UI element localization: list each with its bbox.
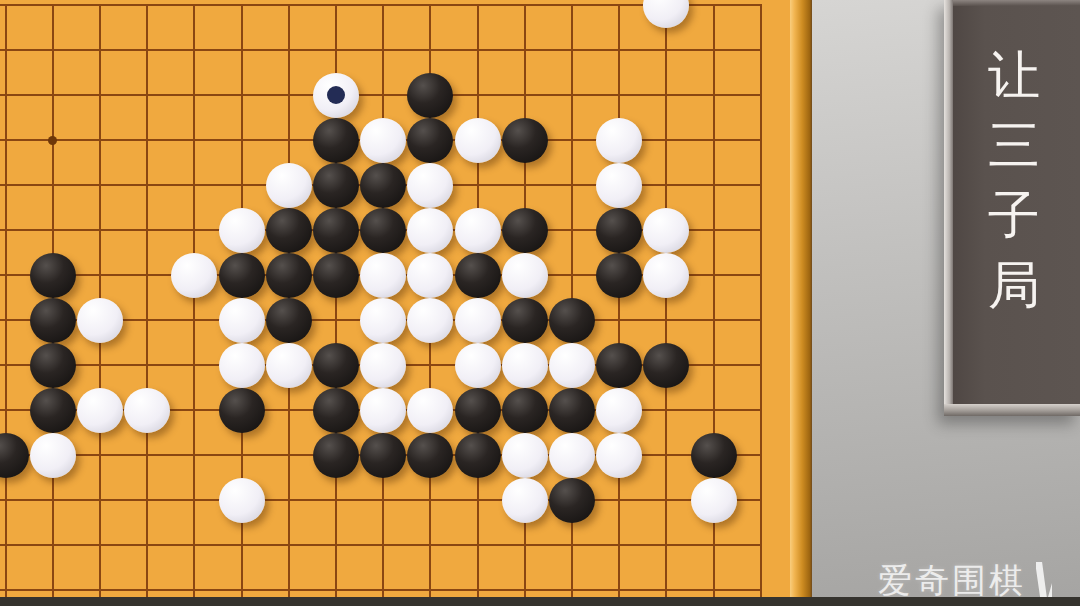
- grid-line: [0, 544, 762, 546]
- black-stone: [313, 253, 359, 298]
- handicap-label: 让 三 子 局: [988, 40, 1040, 320]
- grid-line: [0, 499, 762, 501]
- black-stone: [549, 388, 595, 433]
- black-stone: [313, 118, 359, 163]
- black-stone: [407, 118, 453, 163]
- black-stone: [455, 388, 501, 433]
- black-stone: [313, 343, 359, 388]
- white-stone: [502, 478, 548, 523]
- black-stone: [30, 253, 76, 298]
- white-stone: [77, 298, 123, 343]
- panel-frame: [944, 404, 1080, 416]
- white-stone: [455, 208, 501, 253]
- white-stone: [360, 118, 406, 163]
- black-stone: [596, 208, 642, 253]
- white-stone: [407, 298, 453, 343]
- watermark-logo-icon: [1036, 562, 1052, 600]
- black-stone: [30, 388, 76, 433]
- black-stone: [455, 253, 501, 298]
- go-board[interactable]: [0, 0, 812, 606]
- white-stone: [360, 253, 406, 298]
- white-stone: [407, 208, 453, 253]
- black-stone: [313, 433, 359, 478]
- white-stone: [502, 253, 548, 298]
- video-frame: 让 三 子 局 爱奇围棋: [0, 0, 1080, 606]
- white-stone: [171, 253, 217, 298]
- black-stone: [360, 163, 406, 208]
- grid-line: [0, 589, 762, 591]
- black-stone: [596, 343, 642, 388]
- black-stone: [30, 343, 76, 388]
- black-stone: [0, 433, 29, 478]
- white-stone: [643, 253, 689, 298]
- last-move-marker: [327, 86, 345, 104]
- black-stone: [596, 253, 642, 298]
- black-stone: [691, 433, 737, 478]
- panel-frame: [944, 0, 953, 416]
- white-stone: [455, 298, 501, 343]
- white-stone: [596, 388, 642, 433]
- black-stone: [266, 253, 312, 298]
- black-stone: [455, 433, 501, 478]
- white-stone: [77, 388, 123, 433]
- white-stone: [691, 478, 737, 523]
- black-stone: [407, 73, 453, 118]
- black-stone: [502, 118, 548, 163]
- black-stone: [219, 253, 265, 298]
- panel-frame: [953, 0, 1080, 6]
- white-stone: [407, 388, 453, 433]
- white-stone: [360, 298, 406, 343]
- black-stone: [313, 388, 359, 433]
- white-stone: [596, 163, 642, 208]
- white-stone: [455, 343, 501, 388]
- handicap-sign-panel: 让 三 子 局: [944, 0, 1080, 416]
- white-stone: [549, 433, 595, 478]
- black-stone: [313, 163, 359, 208]
- white-stone: [313, 73, 359, 118]
- white-stone: [596, 118, 642, 163]
- black-stone: [502, 388, 548, 433]
- black-stone: [219, 388, 265, 433]
- white-stone: [266, 343, 312, 388]
- white-stone: [643, 208, 689, 253]
- white-stone: [266, 163, 312, 208]
- white-stone: [219, 298, 265, 343]
- grid-line: [0, 49, 762, 51]
- panel-char: 局: [988, 250, 1040, 320]
- black-stone: [360, 208, 406, 253]
- white-stone: [549, 343, 595, 388]
- white-stone: [219, 208, 265, 253]
- black-stone: [407, 433, 453, 478]
- white-stone: [407, 163, 453, 208]
- black-stone: [266, 298, 312, 343]
- white-stone: [30, 433, 76, 478]
- white-stone: [219, 343, 265, 388]
- star-point: [48, 136, 57, 145]
- black-stone: [313, 208, 359, 253]
- white-stone: [502, 433, 548, 478]
- white-stone: [596, 433, 642, 478]
- white-stone: [407, 253, 453, 298]
- white-stone: [643, 0, 689, 28]
- letterbox-strip: [0, 597, 1080, 606]
- black-stone: [549, 298, 595, 343]
- panel-char: 三: [988, 110, 1040, 180]
- panel-char: 子: [988, 180, 1040, 250]
- black-stone: [360, 433, 406, 478]
- black-stone: [266, 208, 312, 253]
- white-stone: [124, 388, 170, 433]
- board-wooden-edge: [790, 0, 812, 606]
- black-stone: [30, 298, 76, 343]
- white-stone: [502, 343, 548, 388]
- grid-line: [0, 94, 762, 96]
- black-stone: [502, 208, 548, 253]
- white-stone: [455, 118, 501, 163]
- black-stone: [502, 298, 548, 343]
- black-stone: [549, 478, 595, 523]
- white-stone: [219, 478, 265, 523]
- panel-char: 让: [988, 40, 1040, 110]
- white-stone: [360, 343, 406, 388]
- black-stone: [643, 343, 689, 388]
- white-stone: [360, 388, 406, 433]
